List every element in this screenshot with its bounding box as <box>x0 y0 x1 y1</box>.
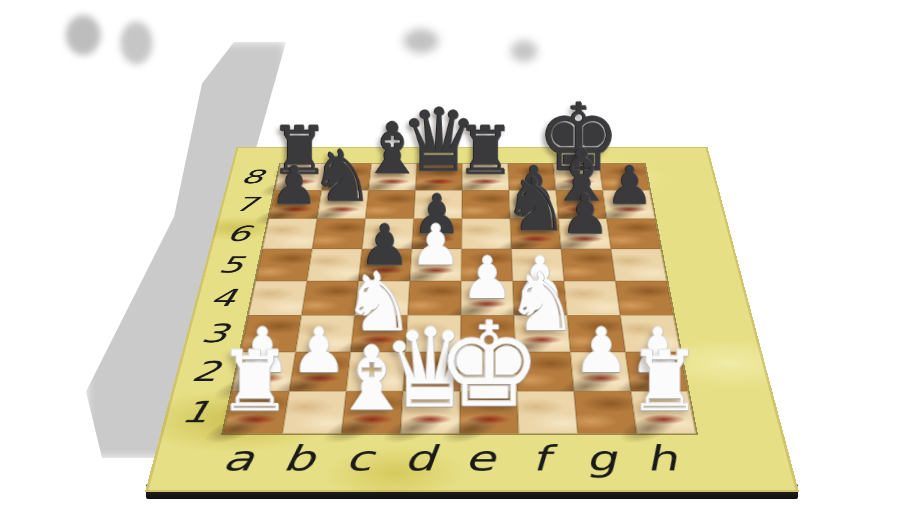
square-h6[interactable] <box>607 219 661 249</box>
piece-white-pawn-g2[interactable]: ♟ <box>574 320 630 382</box>
file-label-b: b <box>265 436 332 482</box>
file-label-e: e <box>449 436 510 482</box>
square-h4[interactable] <box>615 281 673 315</box>
piece-black-knight-b7[interactable]: ♞ <box>310 141 374 212</box>
piece-black-pawn-g6[interactable]: ♟ <box>561 188 610 242</box>
king-cast-shadow <box>496 28 552 74</box>
file-labels: abcdefgh <box>203 436 695 482</box>
square-d5[interactable]: ♟ <box>410 249 462 281</box>
square-a1[interactable]: ♜ <box>223 391 289 433</box>
piece-white-rook-h1[interactable]: ♜ <box>627 340 702 423</box>
queenside-pieces-cast-shadow <box>44 0 184 78</box>
board-grid: ♜♝♛♜♚♟♞♟♝♟♟♞♟♟♟♟♟♞♞♟♟♟♟♜♝♛♚♜ <box>223 164 695 434</box>
piece-white-pawn-d5[interactable]: ♟ <box>411 218 461 274</box>
file-label-f: f <box>509 436 572 482</box>
queen-cast-shadow <box>386 16 456 66</box>
square-h7[interactable]: ♟ <box>603 190 655 218</box>
file-label-d: d <box>388 436 450 482</box>
scene-background: 87654321 ♜♝♛♜♚♟♞♟♝♟♟♞♟♟♟♟♟♞♞♟♟♟♟♜♝♛♚♜ ab… <box>0 0 910 512</box>
square-a4[interactable] <box>248 281 307 315</box>
chessboard: 87654321 ♜♝♛♜♚♟♞♟♝♟♟♞♟♟♟♟♟♞♞♟♟♟♟♜♝♛♚♜ ab… <box>145 147 799 492</box>
file-label-g: g <box>568 436 633 482</box>
square-a5[interactable] <box>256 249 313 281</box>
square-h5[interactable] <box>611 249 667 281</box>
square-h1[interactable]: ♜ <box>631 391 696 433</box>
piece-white-rook-a1[interactable]: ♜ <box>217 340 292 423</box>
rank-label-5: 5 <box>203 249 260 281</box>
square-e1[interactable]: ♚ <box>460 391 519 433</box>
piece-black-knight-f6[interactable]: ♞ <box>503 169 569 242</box>
piece-black-pawn-h7[interactable]: ♟ <box>606 160 653 213</box>
square-a6[interactable] <box>262 219 317 249</box>
square-g6[interactable]: ♟ <box>558 219 610 249</box>
rank-label-4: 4 <box>194 281 253 315</box>
file-label-h: h <box>628 436 696 482</box>
square-b6[interactable] <box>312 219 365 249</box>
file-label-c: c <box>326 436 391 482</box>
file-label-a: a <box>203 436 272 482</box>
piece-white-king-e1[interactable]: ♚ <box>436 306 541 423</box>
